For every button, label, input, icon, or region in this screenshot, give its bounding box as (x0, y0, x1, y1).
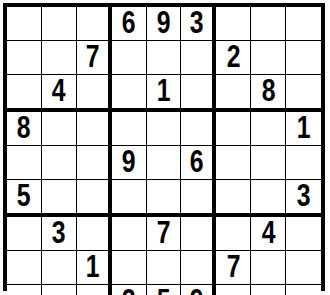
cell-r5c7[interactable] (216, 146, 251, 180)
cell-r3c9[interactable] (286, 75, 321, 112)
cell-r9c9[interactable] (286, 285, 321, 295)
given-digit: 2 (226, 41, 240, 74)
cell-r3c6[interactable] (181, 75, 216, 112)
cell-r9c4[interactable]: 2 (112, 285, 147, 295)
cell-r7c8[interactable]: 4 (251, 217, 286, 251)
cell-r1c2[interactable] (42, 7, 77, 41)
cell-r6c2[interactable] (42, 180, 77, 217)
cell-r3c7[interactable] (216, 75, 251, 112)
cell-r4c4[interactable] (112, 112, 147, 146)
cell-r2c4[interactable] (112, 41, 147, 75)
cell-r7c3[interactable] (77, 217, 112, 251)
cell-r9c7[interactable] (216, 285, 251, 295)
given-digit: 6 (122, 7, 136, 40)
given-digit: 8 (261, 75, 275, 108)
cell-r4c2[interactable] (42, 112, 77, 146)
cell-r5c2[interactable] (42, 146, 77, 180)
cell-r4c1[interactable]: 8 (7, 112, 42, 146)
cell-r5c8[interactable] (251, 146, 286, 180)
cell-r2c6[interactable] (181, 41, 216, 75)
cell-r2c1[interactable] (7, 41, 42, 75)
cell-r1c9[interactable] (286, 7, 321, 41)
cell-r2c5[interactable] (147, 41, 182, 75)
given-digit: 9 (157, 7, 171, 40)
given-digit: 4 (52, 75, 66, 108)
given-digit: 7 (157, 217, 171, 250)
cell-r7c9[interactable] (286, 217, 321, 251)
cell-r9c8[interactable] (251, 285, 286, 295)
cell-r2c9[interactable] (286, 41, 321, 75)
cell-r2c7[interactable]: 2 (216, 41, 251, 75)
cell-r8c7[interactable]: 7 (216, 251, 251, 285)
cell-r7c5[interactable]: 7 (147, 217, 182, 251)
cell-r6c8[interactable] (251, 180, 286, 217)
cell-r9c1[interactable] (7, 285, 42, 295)
cell-r3c1[interactable] (7, 75, 42, 112)
cell-r8c2[interactable] (42, 251, 77, 285)
cell-r5c9[interactable] (286, 146, 321, 180)
cell-r3c2[interactable]: 4 (42, 75, 77, 112)
cell-r7c1[interactable] (7, 217, 42, 251)
cell-r4c3[interactable] (77, 112, 112, 146)
cell-r8c8[interactable] (251, 251, 286, 285)
given-digit: 9 (122, 146, 136, 179)
cell-r7c4[interactable] (112, 217, 147, 251)
cell-r6c4[interactable] (112, 180, 147, 217)
cell-r7c2[interactable]: 3 (42, 217, 77, 251)
cell-r4c6[interactable] (181, 112, 216, 146)
given-digit: 7 (85, 41, 99, 74)
cell-r6c1[interactable]: 5 (7, 180, 42, 217)
cell-r7c6[interactable] (181, 217, 216, 251)
given-digit: 3 (190, 7, 204, 40)
given-digit: 2 (122, 285, 136, 295)
cell-r6c7[interactable] (216, 180, 251, 217)
given-digit: 1 (157, 75, 171, 108)
given-digit: 1 (85, 251, 99, 284)
cell-r1c4[interactable]: 6 (112, 7, 147, 41)
cell-r8c4[interactable] (112, 251, 147, 285)
cell-r6c3[interactable] (77, 180, 112, 217)
cell-r8c3[interactable]: 1 (77, 251, 112, 285)
cell-r3c8[interactable]: 8 (251, 75, 286, 112)
given-digit: 9 (190, 285, 204, 295)
cell-r2c2[interactable] (42, 41, 77, 75)
given-digit: 7 (226, 251, 240, 284)
cell-r1c6[interactable]: 3 (181, 7, 216, 41)
cell-r8c5[interactable] (147, 251, 182, 285)
given-digit: 5 (17, 180, 31, 213)
cell-r4c9[interactable]: 1 (286, 112, 321, 146)
cell-r2c3[interactable]: 7 (77, 41, 112, 75)
cell-r5c5[interactable] (147, 146, 182, 180)
cell-r9c5[interactable]: 5 (147, 285, 182, 295)
cell-r5c6[interactable]: 6 (181, 146, 216, 180)
cell-r4c8[interactable] (251, 112, 286, 146)
sudoku-board: 6937241881965337417259 (3, 3, 325, 291)
cell-r3c5[interactable]: 1 (147, 75, 182, 112)
cell-r3c4[interactable] (112, 75, 147, 112)
cell-r1c7[interactable] (216, 7, 251, 41)
cell-r4c5[interactable] (147, 112, 182, 146)
cell-r6c6[interactable] (181, 180, 216, 217)
cell-r5c1[interactable] (7, 146, 42, 180)
cell-r1c3[interactable] (77, 7, 112, 41)
given-digit: 8 (17, 112, 31, 145)
cell-r8c9[interactable] (286, 251, 321, 285)
cell-r1c1[interactable] (7, 7, 42, 41)
cell-r9c2[interactable] (42, 285, 77, 295)
cell-r9c3[interactable] (77, 285, 112, 295)
given-digit: 4 (261, 217, 275, 250)
cell-r1c8[interactable] (251, 7, 286, 41)
cell-r8c6[interactable] (181, 251, 216, 285)
given-digit: 3 (52, 217, 66, 250)
given-digit: 5 (157, 285, 171, 295)
cell-r1c5[interactable]: 9 (147, 7, 182, 41)
cell-r2c8[interactable] (251, 41, 286, 75)
cell-r8c1[interactable] (7, 251, 42, 285)
cell-r4c7[interactable] (216, 112, 251, 146)
given-digit: 3 (297, 180, 311, 213)
cell-r5c4[interactable]: 9 (112, 146, 147, 180)
cell-r5c3[interactable] (77, 146, 112, 180)
given-digit: 6 (190, 146, 204, 179)
given-digit: 1 (297, 112, 311, 145)
cell-r9c6[interactable]: 9 (181, 285, 216, 295)
cell-r6c5[interactable] (147, 180, 182, 217)
cell-r3c3[interactable] (77, 75, 112, 112)
cell-r6c9[interactable]: 3 (286, 180, 321, 217)
cell-r7c7[interactable] (216, 217, 251, 251)
